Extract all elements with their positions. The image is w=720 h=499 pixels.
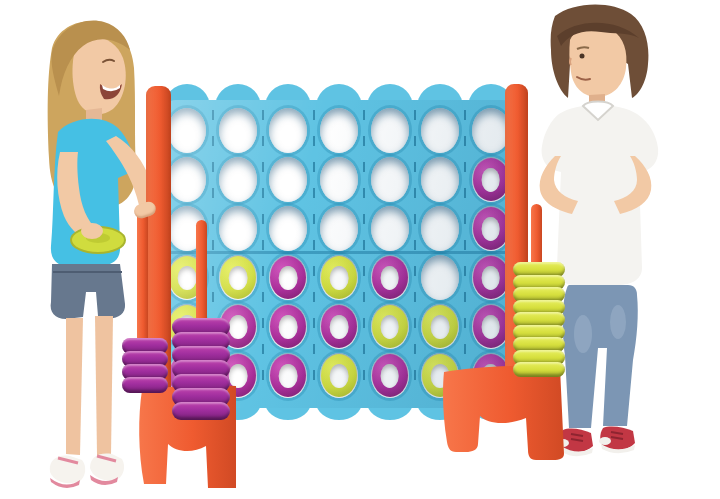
magenta-disc (372, 354, 408, 397)
magenta-disc (270, 256, 306, 299)
yellow-disc (321, 354, 357, 397)
cell-c6-r2[interactable] (421, 157, 459, 202)
boy-eye (580, 54, 585, 59)
boy-jeans-wash-right (610, 305, 626, 339)
girl-left-shoe (50, 456, 85, 488)
boy-right-sneaker (599, 427, 635, 454)
cell-c3-r3[interactable] (269, 206, 307, 251)
cell-c6-r1[interactable] (421, 108, 459, 153)
cell-c5-r2[interactable] (371, 157, 409, 202)
magenta-disc (473, 305, 509, 348)
girl-left-hand (81, 223, 103, 239)
yellow-disc (372, 305, 408, 348)
cell-c7-r3[interactable] (472, 206, 510, 251)
cell-c2-r4[interactable] (219, 255, 257, 300)
cell-c6-r3[interactable] (421, 206, 459, 251)
cell-c7-r2[interactable] (472, 157, 510, 202)
cell-c4-r4[interactable] (320, 255, 358, 300)
cell-c4-r3[interactable] (320, 206, 358, 251)
cell-c3-r1[interactable] (269, 108, 307, 153)
storage-pole-left-rear (137, 206, 148, 346)
magenta-disc (270, 354, 306, 397)
boy-jeans-wash-left (574, 315, 592, 353)
cell-c2-r2[interactable] (219, 157, 257, 202)
cell-c4-r6[interactable] (320, 353, 358, 398)
stack-disc (122, 377, 168, 393)
cell-c1-r2[interactable] (168, 157, 206, 202)
yellow-disc (220, 256, 256, 299)
cell-c6-r4[interactable] (421, 255, 459, 300)
magenta-disc (270, 305, 306, 348)
girl-left-leg (66, 318, 83, 455)
magenta-disc (473, 158, 509, 201)
yellow-disc (422, 305, 458, 348)
boy-face (569, 26, 626, 97)
yellow-disc (321, 256, 357, 299)
cell-c1-r1[interactable] (168, 108, 206, 153)
cell-c5-r4[interactable] (371, 255, 409, 300)
magenta-disc (321, 305, 357, 348)
storage-pole-left-front (196, 220, 207, 326)
cell-c2-r3[interactable] (219, 206, 257, 251)
cell-c4-r2[interactable] (320, 157, 358, 202)
boy-nose (570, 58, 571, 65)
cell-c5-r3[interactable] (371, 206, 409, 251)
magenta-disc (473, 207, 509, 250)
cell-c7-r1[interactable] (472, 108, 510, 153)
magenta-disc (473, 256, 509, 299)
stack-disc (513, 362, 565, 377)
cell-c2-r1[interactable] (219, 108, 257, 153)
cell-c3-r6[interactable] (269, 353, 307, 398)
cell-c7-r5[interactable] (472, 304, 510, 349)
scene (0, 0, 720, 499)
girl-right-shoe (90, 454, 124, 486)
cell-c5-r5[interactable] (371, 304, 409, 349)
magenta-disc (372, 256, 408, 299)
storage-pole-right (531, 204, 542, 270)
cell-c6-r5[interactable] (421, 304, 459, 349)
cell-c7-r4[interactable] (472, 255, 510, 300)
cell-c5-r6[interactable] (371, 353, 409, 398)
cell-c3-r4[interactable] (269, 255, 307, 300)
cell-c3-r2[interactable] (269, 157, 307, 202)
girl-right-leg (95, 316, 113, 455)
boy-jeans (563, 285, 638, 428)
cell-c5-r1[interactable] (371, 108, 409, 153)
stack-disc (172, 402, 230, 420)
cell-c4-r5[interactable] (320, 304, 358, 349)
cell-c3-r5[interactable] (269, 304, 307, 349)
cell-c4-r1[interactable] (320, 108, 358, 153)
